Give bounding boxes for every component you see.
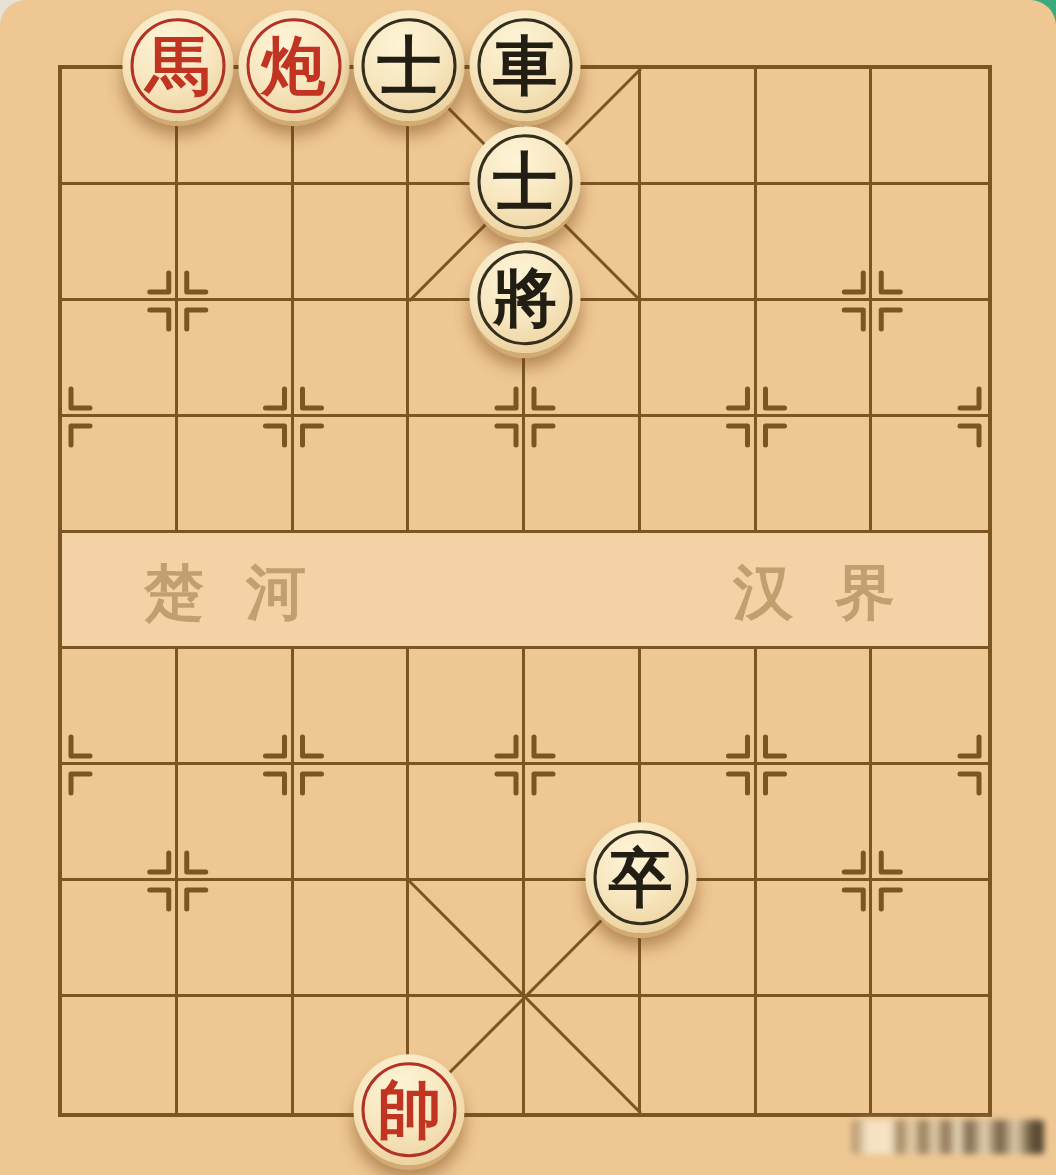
blurred-watermark xyxy=(852,1120,1044,1154)
piece-character: 車 xyxy=(470,10,581,121)
black-advisor-1-piece[interactable]: 士 xyxy=(354,10,465,121)
black-chariot-piece[interactable]: 車 xyxy=(470,10,581,121)
red-cannon-piece[interactable]: 炮 xyxy=(238,10,349,121)
piece-character: 炮 xyxy=(238,10,349,121)
pieces-layer: 馬炮士車士將卒帥 xyxy=(62,69,988,1113)
piece-character: 士 xyxy=(470,126,581,237)
piece-character: 將 xyxy=(470,242,581,353)
piece-character: 士 xyxy=(354,10,465,121)
xiangqi-app: 楚河 汉界 馬炮士車士將卒帥 xyxy=(0,0,1056,1175)
piece-character: 帥 xyxy=(354,1054,465,1165)
red-horse-piece[interactable]: 馬 xyxy=(122,10,233,121)
piece-character: 卒 xyxy=(585,822,696,933)
black-advisor-2-piece[interactable]: 士 xyxy=(470,126,581,237)
black-pawn-piece[interactable]: 卒 xyxy=(585,822,696,933)
xiangqi-board: 楚河 汉界 馬炮士車士將卒帥 xyxy=(58,65,992,1117)
red-general-piece[interactable]: 帥 xyxy=(354,1054,465,1165)
piece-character: 馬 xyxy=(122,10,233,121)
black-general-piece[interactable]: 將 xyxy=(470,242,581,353)
